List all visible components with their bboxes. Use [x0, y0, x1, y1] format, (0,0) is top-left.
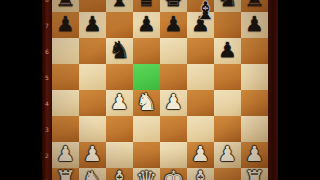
square-d3[interactable] [133, 116, 160, 142]
square-b3[interactable] [79, 116, 106, 142]
square-d1[interactable]: ♛ [133, 168, 160, 180]
square-h3[interactable] [241, 116, 268, 142]
square-c2[interactable] [106, 142, 133, 168]
square-a1[interactable]: ♜ [52, 168, 79, 180]
white-rook[interactable]: ♜ [244, 167, 266, 180]
square-g2[interactable]: ♟ [214, 142, 241, 168]
square-a5[interactable] [52, 64, 79, 90]
black-knight[interactable]: ♞ [217, 0, 239, 11]
black-bishop[interactable]: ♝ [109, 0, 131, 11]
square-b5[interactable] [79, 64, 106, 90]
square-g4[interactable] [214, 90, 241, 116]
white-rook[interactable]: ♜ [55, 167, 77, 180]
square-d5[interactable] [133, 64, 160, 90]
square-c1[interactable]: ♝ [106, 168, 133, 180]
square-g3[interactable] [214, 116, 241, 142]
square-e6[interactable] [160, 38, 187, 64]
square-a2[interactable]: ♟ [52, 142, 79, 168]
white-pawn[interactable]: ♟ [56, 141, 75, 167]
square-c3[interactable] [106, 116, 133, 142]
white-pawn[interactable]: ♟ [110, 89, 129, 115]
black-pawn[interactable]: ♟ [56, 11, 75, 37]
square-e4[interactable]: ♟ [160, 90, 187, 116]
black-rook[interactable]: ♜ [55, 0, 77, 11]
square-e5[interactable] [160, 64, 187, 90]
square-b2[interactable]: ♟ [79, 142, 106, 168]
square-e7[interactable]: ♟ [160, 12, 187, 38]
black-pawn[interactable]: ♟ [137, 11, 156, 37]
square-h2[interactable]: ♟ [241, 142, 268, 168]
square-d4[interactable]: ♞ [133, 90, 160, 116]
white-queen[interactable]: ♛ [136, 167, 158, 180]
black-queen[interactable]: ♛ [136, 0, 158, 11]
square-g1[interactable] [214, 168, 241, 180]
video-frame: 87654321 ♜♝♛♚♞♜♟♟♟♟♟♟♞♟♟♞♟♟♟♟♟♟♜♞♝♛♚♝♜ ♝ [0, 0, 320, 180]
square-f6[interactable] [187, 38, 214, 64]
black-pawn[interactable]: ♟ [218, 37, 237, 63]
white-pawn[interactable]: ♟ [218, 141, 237, 167]
square-b7[interactable]: ♟ [79, 12, 106, 38]
rank-label-2: 2 [42, 151, 52, 161]
square-f4[interactable] [187, 90, 214, 116]
black-king[interactable]: ♚ [163, 0, 185, 11]
black-pawn[interactable]: ♟ [164, 11, 183, 37]
square-a3[interactable] [52, 116, 79, 142]
rank-label-3: 3 [42, 125, 52, 135]
square-c4[interactable]: ♟ [106, 90, 133, 116]
rank-label-1: 1 [42, 177, 52, 180]
board-frame: 87654321 ♜♝♛♚♞♜♟♟♟♟♟♟♞♟♟♞♟♟♟♟♟♟♜♞♝♛♚♝♜ ♝ [42, 0, 278, 180]
square-h4[interactable] [241, 90, 268, 116]
rank-label-6: 6 [42, 47, 52, 57]
square-b6[interactable] [79, 38, 106, 64]
square-h7[interactable]: ♟ [241, 12, 268, 38]
white-bishop[interactable]: ♝ [109, 167, 131, 180]
white-pawn[interactable]: ♟ [191, 141, 210, 167]
rank-label-5: 5 [42, 73, 52, 83]
square-a7[interactable]: ♟ [52, 12, 79, 38]
white-bishop[interactable]: ♝ [190, 167, 212, 180]
rank-label-4: 4 [42, 99, 52, 109]
square-b1[interactable]: ♞ [79, 168, 106, 180]
white-knight[interactable]: ♞ [82, 167, 104, 180]
square-h1[interactable]: ♜ [241, 168, 268, 180]
white-pawn[interactable]: ♟ [164, 89, 183, 115]
square-c6[interactable]: ♞ [106, 38, 133, 64]
square-e1[interactable]: ♚ [160, 168, 187, 180]
black-rook[interactable]: ♜ [244, 0, 266, 11]
black-bishop-moving[interactable]: ♝ [192, 0, 219, 24]
square-f1[interactable]: ♝ [187, 168, 214, 180]
black-knight[interactable]: ♞ [109, 37, 131, 63]
square-a6[interactable] [52, 38, 79, 64]
square-h5[interactable] [241, 64, 268, 90]
black-pawn[interactable]: ♟ [245, 11, 264, 37]
square-h6[interactable] [241, 38, 268, 64]
rank-label-8: 8 [42, 0, 52, 5]
square-b4[interactable] [79, 90, 106, 116]
square-g5[interactable] [214, 64, 241, 90]
square-e2[interactable] [160, 142, 187, 168]
square-d2[interactable] [133, 142, 160, 168]
square-e3[interactable] [160, 116, 187, 142]
white-pawn[interactable]: ♟ [245, 141, 264, 167]
square-a4[interactable] [52, 90, 79, 116]
square-f3[interactable] [187, 116, 214, 142]
chess-board[interactable]: ♜♝♛♚♞♜♟♟♟♟♟♟♞♟♟♞♟♟♟♟♟♟♜♞♝♛♚♝♜ [52, 0, 268, 180]
square-c5[interactable] [106, 64, 133, 90]
square-g6[interactable]: ♟ [214, 38, 241, 64]
white-knight[interactable]: ♞ [136, 89, 158, 115]
rank-label-7: 7 [42, 21, 52, 31]
square-c8[interactable]: ♝ [106, 0, 133, 12]
square-d6[interactable] [133, 38, 160, 64]
square-f5[interactable] [187, 64, 214, 90]
square-d7[interactable]: ♟ [133, 12, 160, 38]
black-pawn[interactable]: ♟ [83, 11, 102, 37]
white-king[interactable]: ♚ [163, 167, 185, 180]
white-pawn[interactable]: ♟ [83, 141, 102, 167]
square-f2[interactable]: ♟ [187, 142, 214, 168]
square-c7[interactable] [106, 12, 133, 38]
